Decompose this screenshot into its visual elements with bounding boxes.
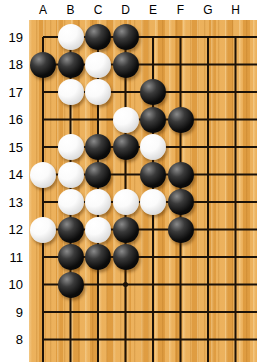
col-label-B: B (57, 3, 85, 17)
black-stone-F12 (168, 217, 194, 243)
black-stone-F13 (168, 189, 194, 215)
intersection-A10[interactable] (29, 271, 57, 299)
intersection-A14[interactable] (29, 161, 57, 189)
intersection-B18[interactable] (57, 51, 85, 79)
white-stone-B14 (58, 162, 84, 188)
intersection-G12[interactable] (194, 216, 222, 244)
intersection-D12[interactable] (112, 216, 140, 244)
col-label-F: F (167, 3, 195, 17)
intersection-C18[interactable] (84, 51, 112, 79)
intersection-F12[interactable] (167, 216, 195, 244)
intersection-E15[interactable] (139, 133, 167, 161)
row-label-17: 17 (0, 78, 26, 106)
black-stone-C14 (85, 162, 111, 188)
intersection-G16[interactable] (194, 106, 222, 134)
intersection-E14[interactable] (139, 161, 167, 189)
intersection-D9[interactable] (112, 298, 140, 326)
black-stone-D18 (113, 52, 139, 78)
col-label-G: G (194, 3, 222, 17)
intersection-B14[interactable] (57, 161, 85, 189)
black-stone-D15 (113, 134, 139, 160)
intersection-F9[interactable] (167, 298, 195, 326)
col-label-A: A (29, 3, 57, 17)
intersection-C12[interactable] (84, 216, 112, 244)
intersection-D13[interactable] (112, 188, 140, 216)
intersection-H11[interactable] (222, 243, 250, 271)
intersection-F15[interactable] (167, 133, 195, 161)
intersection-A13[interactable] (29, 188, 57, 216)
intersection-C17[interactable] (84, 78, 112, 106)
intersection-H10[interactable] (222, 271, 250, 299)
intersection-D19[interactable] (112, 23, 140, 51)
intersection-E11[interactable] (139, 243, 167, 271)
intersection-E8[interactable] (139, 326, 167, 354)
white-stone-C12 (85, 217, 111, 243)
intersection-C19[interactable] (84, 23, 112, 51)
white-stone-B17 (58, 79, 84, 105)
black-stone-B10 (58, 272, 84, 298)
intersection-E13[interactable] (139, 188, 167, 216)
intersection-G14[interactable] (194, 161, 222, 189)
row-label-11: 11 (0, 243, 26, 271)
intersection-B10[interactable] (57, 271, 85, 299)
row-label-13: 13 (0, 188, 26, 216)
white-stone-A14 (30, 162, 56, 188)
row-label-8: 8 (0, 326, 26, 354)
intersection-F19[interactable] (167, 23, 195, 51)
intersection-A12[interactable] (29, 216, 57, 244)
intersection-G15[interactable] (194, 133, 222, 161)
black-stone-B18 (58, 52, 84, 78)
white-stone-B13 (58, 189, 84, 215)
intersection-B13[interactable] (57, 188, 85, 216)
black-stone-E14 (140, 162, 166, 188)
intersection-D8[interactable] (112, 326, 140, 354)
white-stone-B19 (58, 24, 84, 50)
intersection-D11[interactable] (112, 243, 140, 271)
black-stone-F16 (168, 107, 194, 133)
col-label-C: C (84, 3, 112, 17)
black-stone-C11 (85, 244, 111, 270)
intersection-D15[interactable] (112, 133, 140, 161)
black-stone-B12 (58, 217, 84, 243)
black-stone-D19 (113, 24, 139, 50)
row-labels: 1918171615141312111098 (0, 23, 26, 353)
intersection-G17[interactable] (194, 78, 222, 106)
intersection-H19[interactable] (222, 23, 250, 51)
intersection-B17[interactable] (57, 78, 85, 106)
intersection-H18[interactable] (222, 51, 250, 79)
intersection-E9[interactable] (139, 298, 167, 326)
intersection-H16[interactable] (222, 106, 250, 134)
intersection-H9[interactable] (222, 298, 250, 326)
white-stone-C13 (85, 189, 111, 215)
intersection-F10[interactable] (167, 271, 195, 299)
intersection-E19[interactable] (139, 23, 167, 51)
white-stone-E15 (140, 134, 166, 160)
intersection-H15[interactable] (222, 133, 250, 161)
row-label-15: 15 (0, 133, 26, 161)
white-stone-D16 (113, 107, 139, 133)
black-stone-C19 (85, 24, 111, 50)
intersection-C8[interactable] (84, 326, 112, 354)
intersection-H8[interactable] (222, 326, 250, 354)
intersection-C10[interactable] (84, 271, 112, 299)
intersection-B19[interactable] (57, 23, 85, 51)
col-label-H: H (222, 3, 250, 17)
intersection-C15[interactable] (84, 133, 112, 161)
white-stone-B15 (58, 134, 84, 160)
intersection-D17[interactable] (112, 78, 140, 106)
intersection-E12[interactable] (139, 216, 167, 244)
intersection-D10[interactable] (112, 271, 140, 299)
col-label-D: D (112, 3, 140, 17)
row-label-14: 14 (0, 161, 26, 189)
intersection-G13[interactable] (194, 188, 222, 216)
black-stone-F14 (168, 162, 194, 188)
intersection-F18[interactable] (167, 51, 195, 79)
intersection-H14[interactable] (222, 161, 250, 189)
intersection-B11[interactable] (57, 243, 85, 271)
intersection-A11[interactable] (29, 243, 57, 271)
column-labels: ABCDEFGH (29, 0, 249, 20)
intersection-F8[interactable] (167, 326, 195, 354)
black-stone-C15 (85, 134, 111, 160)
intersection-D16[interactable] (112, 106, 140, 134)
white-stone-A12 (30, 217, 56, 243)
intersection-F16[interactable] (167, 106, 195, 134)
intersection-B16[interactable] (57, 106, 85, 134)
black-stone-D11 (113, 244, 139, 270)
row-label-16: 16 (0, 106, 26, 134)
intersection-B12[interactable] (57, 216, 85, 244)
intersection-A8[interactable] (29, 326, 57, 354)
intersection-C11[interactable] (84, 243, 112, 271)
black-stone-D12 (113, 217, 139, 243)
intersection-G8[interactable] (194, 326, 222, 354)
intersection-A17[interactable] (29, 78, 57, 106)
black-stone-E17 (140, 79, 166, 105)
intersection-E10[interactable] (139, 271, 167, 299)
intersection-F17[interactable] (167, 78, 195, 106)
intersection-E17[interactable] (139, 78, 167, 106)
black-stone-A18 (30, 52, 56, 78)
white-stone-C18 (85, 52, 111, 78)
intersection-A18[interactable] (29, 51, 57, 79)
intersection-F11[interactable] (167, 243, 195, 271)
intersection-A19[interactable] (29, 23, 57, 51)
black-stone-E16 (140, 107, 166, 133)
intersection-A16[interactable] (29, 106, 57, 134)
white-stone-E13 (140, 189, 166, 215)
intersection-G9[interactable] (194, 298, 222, 326)
intersection-G19[interactable] (194, 23, 222, 51)
intersection-D14[interactable] (112, 161, 140, 189)
intersection-E16[interactable] (139, 106, 167, 134)
black-stone-B11 (58, 244, 84, 270)
intersection-B15[interactable] (57, 133, 85, 161)
white-stone-D13 (113, 189, 139, 215)
go-board (29, 20, 257, 362)
intersection-E18[interactable] (139, 51, 167, 79)
intersection-C16[interactable] (84, 106, 112, 134)
intersection-A9[interactable] (29, 298, 57, 326)
intersection-G18[interactable] (194, 51, 222, 79)
intersection-H12[interactable] (222, 216, 250, 244)
intersection-F14[interactable] (167, 161, 195, 189)
intersection-C13[interactable] (84, 188, 112, 216)
intersection-C9[interactable] (84, 298, 112, 326)
row-label-10: 10 (0, 271, 26, 299)
col-label-E: E (139, 3, 167, 17)
row-label-9: 9 (0, 298, 26, 326)
white-stone-C17 (85, 79, 111, 105)
intersection-D18[interactable] (112, 51, 140, 79)
row-label-12: 12 (0, 216, 26, 244)
intersection-H13[interactable] (222, 188, 250, 216)
intersection-F13[interactable] (167, 188, 195, 216)
intersection-G11[interactable] (194, 243, 222, 271)
intersection-C14[interactable] (84, 161, 112, 189)
intersection-H17[interactable] (222, 78, 250, 106)
row-label-18: 18 (0, 51, 26, 79)
intersection-A15[interactable] (29, 133, 57, 161)
go-diagram: ABCDEFGH 1918171615141312111098 (0, 0, 257, 362)
intersection-B8[interactable] (57, 326, 85, 354)
stones-grid (29, 23, 249, 353)
intersection-G10[interactable] (194, 271, 222, 299)
row-label-19: 19 (0, 23, 26, 51)
intersection-B9[interactable] (57, 298, 85, 326)
